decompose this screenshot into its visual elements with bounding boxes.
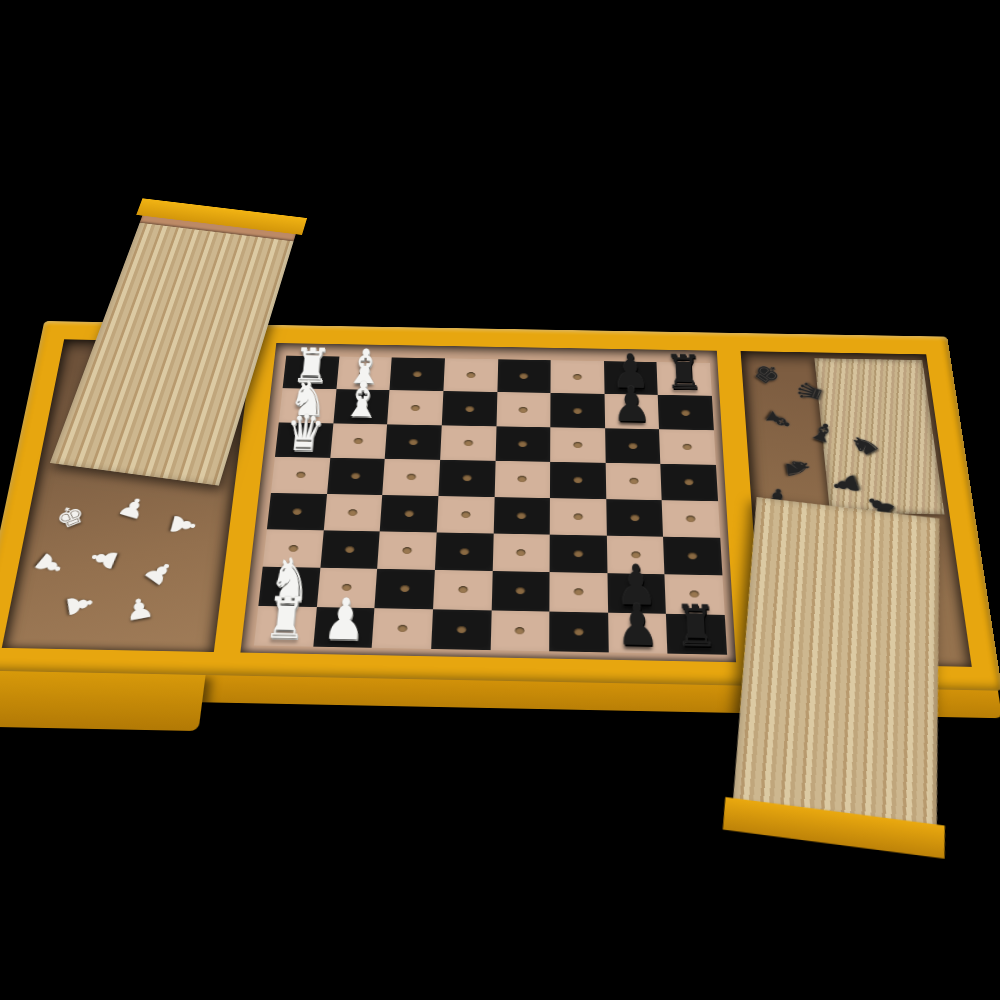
chess-set: ♚♟♟♟♟♟♟♟ ♜♝♟♜♞♝♟♛♞♟♜♟♟♜ ♚♛♝♝♞♞♟♟♟♟ [0,300,1000,749]
square-d2 [327,458,385,495]
piece-white-queen: ♛ [283,408,327,458]
square-e8 [662,500,720,538]
tray-piece-white-king: ♚ [52,500,89,533]
tray-piece-white-pawn: ♟ [138,555,181,591]
square-f2 [320,530,380,569]
peg-hole [459,548,468,555]
square-g6 [549,572,607,612]
square-d4 [438,460,495,497]
piece-black-pawn: ♟ [616,596,659,654]
square-a8: ♜ [657,362,712,396]
right-lid-end-cap [723,797,945,859]
square-d6 [550,462,606,499]
square-e4 [437,496,495,534]
peg-hole [519,406,528,412]
tray-piece-black-bishop: ♝ [758,405,798,436]
peg-hole [407,474,416,481]
peg-hole [466,372,475,378]
tray-piece-white-pawn: ♟ [123,594,156,626]
square-h8: ♜ [666,613,727,654]
peg-hole [464,440,473,446]
peg-hole [574,513,583,520]
square-c4 [440,425,496,461]
tray-piece-white-pawn: ♟ [28,548,71,582]
peg-hole [456,626,466,633]
square-e2 [323,494,382,532]
piece-black-rook: ♜ [674,597,718,655]
square-b6 [550,393,604,428]
peg-hole [400,585,410,592]
tray-piece-black-knight: ♞ [780,457,815,480]
square-b5 [496,392,551,427]
peg-hole [573,477,582,484]
peg-hole [354,438,363,444]
peg-hole [516,587,525,594]
peg-hole [351,473,360,480]
square-g5 [491,571,550,611]
square-f6 [550,534,608,573]
square-h7: ♟ [608,612,668,653]
square-f4 [435,532,493,571]
square-d5 [494,461,550,498]
square-b8 [658,395,714,430]
peg-hole [345,546,355,553]
square-e3 [380,495,438,533]
square-a5 [497,359,551,393]
peg-hole [348,509,358,516]
peg-hole [515,627,525,634]
square-d3 [382,459,440,496]
square-c1: ♛ [275,422,333,458]
tray-piece-white-pawn: ♟ [164,512,201,538]
peg-hole [405,510,414,517]
square-h6 [549,611,608,652]
peg-hole [517,549,526,556]
peg-hole [573,407,582,413]
peg-hole [465,405,474,411]
square-h1: ♜ [254,606,317,647]
square-e6 [550,498,607,536]
square-h5 [490,610,549,651]
peg-hole [628,443,637,449]
piece-white-bishop: ♝ [341,376,383,425]
peg-hole [462,475,471,482]
peg-hole [574,550,583,557]
square-e5 [493,497,550,535]
peg-hole [292,508,302,515]
peg-hole [630,514,639,521]
peg-hole [518,441,527,447]
peg-hole [686,515,695,522]
piece-black-pawn: ♟ [612,380,652,429]
chess-board: ♜♝♟♜♞♝♟♛♞♟♜♟♟♜ [254,356,727,655]
tray-piece-black-queen: ♛ [791,378,827,406]
piece-white-pawn: ♟ [321,591,367,649]
square-b4 [442,391,497,426]
peg-hole [411,405,420,411]
peg-hole [413,371,422,377]
peg-hole [520,373,529,379]
peg-hole [409,439,418,445]
peg-hole [683,444,692,450]
square-a3 [390,357,445,391]
tray-piece-white-pawn: ♟ [61,590,97,621]
peg-hole [518,476,527,483]
peg-hole [629,478,638,485]
peg-hole [685,479,694,486]
frame-front-face-left [0,669,206,731]
peg-hole [573,442,582,448]
square-c3 [385,424,442,460]
square-h3 [372,608,433,649]
peg-hole [458,586,468,593]
right-sliding-lid [731,497,939,851]
peg-hole [461,511,470,518]
square-a6 [551,360,605,394]
tray-piece-white-pawn: ♟ [84,545,124,574]
peg-hole [681,409,690,415]
peg-hole [517,512,526,519]
square-f8 [663,537,722,576]
peg-hole [574,589,583,596]
square-g3 [375,569,435,609]
peg-hole [402,547,412,554]
peg-hole [574,628,584,635]
scene: ♚♟♟♟♟♟♟♟ ♜♝♟♜♞♝♟♛♞♟♜♟♟♜ ♚♛♝♝♞♞♟♟♟♟ [0,0,1000,1000]
square-d7 [605,463,662,500]
tray-piece-black-king: ♚ [747,359,786,390]
board-well: ♜♝♟♜♞♝♟♛♞♟♜♟♟♜ [240,343,736,662]
peg-hole [398,625,408,632]
square-a4 [443,358,498,392]
piece-white-rook: ♜ [262,589,309,647]
square-h2: ♟ [313,607,375,648]
tray-piece-black-pawn: ♟ [827,471,865,498]
square-d8 [661,464,718,501]
peg-hole [296,472,306,479]
square-c2 [330,423,387,459]
square-e7 [606,499,663,537]
peg-hole [688,552,698,559]
square-e1 [267,493,327,531]
square-b7: ♟ [604,394,659,429]
square-g4 [433,570,492,610]
tray-piece-black-knight: ♞ [845,429,886,461]
peg-hole [573,374,582,380]
square-c5 [495,426,550,462]
tray-piece-black-bishop: ♝ [805,417,840,448]
square-f5 [492,533,550,572]
tray-piece-white-pawn: ♟ [113,493,152,525]
square-f3 [377,531,436,570]
square-h4 [431,609,491,650]
square-c7 [605,428,661,464]
square-b3 [387,390,443,425]
square-c8 [659,429,716,465]
piece-black-rook: ♜ [664,349,704,397]
square-c6 [550,427,605,463]
square-b2: ♝ [333,389,390,424]
square-d1 [271,457,330,494]
